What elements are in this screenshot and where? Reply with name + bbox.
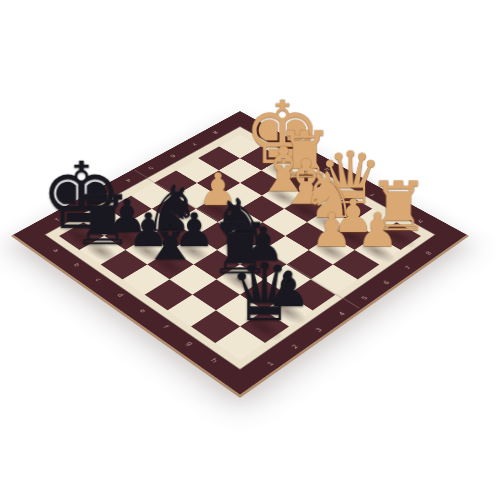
chess-set-photo: ♚♜♛♜♝♝♞♟♟♟♟♞♟♞♟♜♟♟♟♝♛♚♜ aabbccddeeffgghh… (0, 0, 500, 500)
rank-label-1-far: 1 (261, 357, 280, 370)
piece-shadow (123, 235, 172, 266)
rank-label-6-far: 6 (378, 277, 395, 288)
rank-label-8-far: 8 (420, 248, 437, 259)
rank-label-7-far: 7 (399, 262, 416, 273)
rank-label-5: 5 (142, 163, 158, 172)
rank-label-2-far: 2 (286, 340, 305, 353)
rank-label-5-far: 5 (356, 292, 374, 304)
rank-label-4-far: 4 (333, 308, 351, 320)
square-g5 (286, 250, 332, 279)
rank-label-7: 7 (186, 140, 202, 149)
piece-shadow (168, 235, 218, 266)
rank-label-6: 6 (165, 151, 181, 160)
rank-label-1: 1 (48, 214, 65, 224)
rank-label-8: 8 (207, 128, 222, 137)
rank-label-3-far: 3 (310, 324, 328, 336)
square-f7: ♞ (307, 209, 352, 236)
rank-label-3: 3 (97, 188, 114, 198)
file-label-d: d (105, 285, 135, 305)
file-label-b: b (62, 255, 91, 274)
rank-label-2: 2 (73, 201, 90, 211)
rank-label-4: 4 (120, 176, 136, 185)
board-grid: ♚♜♛♜♝♝♞♟♟♟♟♞♟♞♟♜♟♟♟♝♛♚♜ (59, 135, 421, 360)
chessboard: ♚♜♛♜♝♝♞♟♟♟♟♞♟♞♟♜♟♟♟♝♛♚♜ aabbccddeeffgghh… (11, 111, 469, 398)
square-f6 (285, 222, 330, 250)
